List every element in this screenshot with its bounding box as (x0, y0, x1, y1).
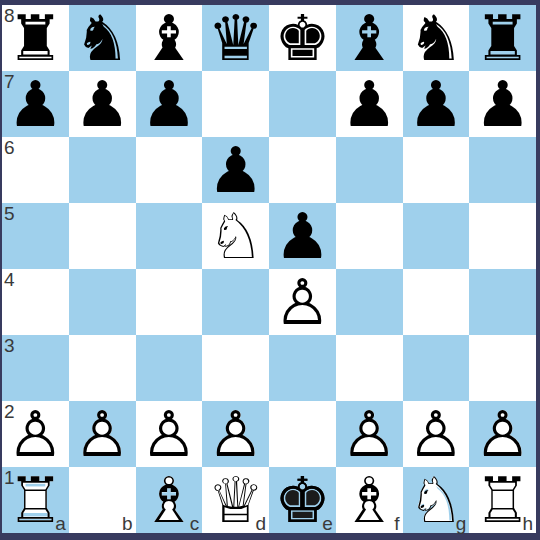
black-pawn-icon[interactable]: ♟ (403, 71, 470, 137)
square-a1[interactable]: 1a♜♖ (2, 467, 69, 533)
square-a3[interactable]: 3 (2, 335, 69, 401)
black-pawn-icon[interactable]: ♟ (202, 137, 269, 203)
black-bishop-glyph: ♝ (141, 7, 197, 70)
black-knight-icon[interactable]: ♞ (403, 5, 470, 71)
square-c4[interactable] (136, 269, 203, 335)
square-b8[interactable]: ♞ (69, 5, 136, 71)
black-king-glyph: ♚ (274, 7, 330, 70)
white-bishop-icon[interactable]: ♝♗ (336, 467, 403, 533)
square-f7[interactable]: ♟ (336, 71, 403, 137)
white-knight-outline: ♘ (207, 205, 263, 268)
square-d5[interactable]: ♞♘ (202, 203, 269, 269)
black-pawn-glyph: ♟ (274, 205, 330, 268)
square-f4[interactable] (336, 269, 403, 335)
file-label-b: b (122, 514, 133, 534)
black-rook-glyph: ♜ (474, 7, 530, 70)
black-bishop-icon[interactable]: ♝ (336, 5, 403, 71)
square-b5[interactable] (69, 203, 136, 269)
square-a5[interactable]: 5 (2, 203, 69, 269)
black-knight-icon[interactable]: ♞ (69, 5, 136, 71)
square-e5[interactable]: ♟ (269, 203, 336, 269)
white-pawn-icon[interactable]: ♟♙ (2, 401, 69, 467)
black-king-icon[interactable]: ♚ (269, 5, 336, 71)
square-a4[interactable]: 4 (2, 269, 69, 335)
white-rook-outline: ♖ (7, 469, 63, 532)
black-pawn-glyph: ♟ (408, 73, 464, 136)
square-d3[interactable] (202, 335, 269, 401)
white-bishop-outline: ♗ (141, 469, 197, 532)
white-knight-outline: ♘ (408, 469, 464, 532)
square-e6[interactable] (269, 137, 336, 203)
black-bishop-icon[interactable]: ♝ (136, 5, 203, 71)
white-pawn-outline: ♙ (341, 403, 397, 466)
square-g5[interactable] (403, 203, 470, 269)
white-pawn-outline: ♙ (7, 403, 63, 466)
square-e7[interactable] (269, 71, 336, 137)
white-bishop-icon[interactable]: ♝♗ (136, 467, 203, 533)
square-e8[interactable]: ♚ (269, 5, 336, 71)
square-e4[interactable]: ♟♙ (269, 269, 336, 335)
chess-board: 8♜♞♝♛♚♝♞♜7♟♟♟♟♟♟6♟5♞♘♟4♟♙32♟♙♟♙♟♙♟♙♟♙♟♙♟… (2, 5, 536, 533)
black-pawn-icon[interactable]: ♟ (2, 71, 69, 137)
white-pawn-icon[interactable]: ♟♙ (69, 401, 136, 467)
white-pawn-icon[interactable]: ♟♙ (469, 401, 536, 467)
square-c5[interactable] (136, 203, 203, 269)
square-c8[interactable]: ♝ (136, 5, 203, 71)
square-a8[interactable]: 8♜ (2, 5, 69, 71)
square-c6[interactable] (136, 137, 203, 203)
rank-label-4: 4 (4, 270, 15, 290)
black-knight-glyph: ♞ (408, 7, 464, 70)
white-knight-icon[interactable]: ♞♘ (403, 467, 470, 533)
square-h2[interactable]: ♟♙ (469, 401, 536, 467)
square-c7[interactable]: ♟ (136, 71, 203, 137)
board-frame: 8♜♞♝♛♚♝♞♜7♟♟♟♟♟♟6♟5♞♘♟4♟♙32♟♙♟♙♟♙♟♙♟♙♟♙♟… (0, 0, 540, 540)
square-b4[interactable] (69, 269, 136, 335)
square-c1[interactable]: c♝♗ (136, 467, 203, 533)
square-a6[interactable]: 6 (2, 137, 69, 203)
black-pawn-glyph: ♟ (74, 73, 130, 136)
square-b6[interactable] (69, 137, 136, 203)
square-b1[interactable]: b (69, 467, 136, 533)
square-g7[interactable]: ♟ (403, 71, 470, 137)
square-e3[interactable] (269, 335, 336, 401)
rank-label-5: 5 (4, 204, 15, 224)
white-rook-icon[interactable]: ♜♖ (2, 467, 69, 533)
square-d4[interactable] (202, 269, 269, 335)
white-queen-outline: ♕ (207, 469, 263, 532)
square-h6[interactable] (469, 137, 536, 203)
square-f6[interactable] (336, 137, 403, 203)
black-queen-glyph: ♛ (207, 7, 263, 70)
black-queen-icon[interactable]: ♛ (202, 5, 269, 71)
white-pawn-outline: ♙ (474, 403, 530, 466)
black-pawn-glyph: ♟ (341, 73, 397, 136)
white-pawn-outline: ♙ (408, 403, 464, 466)
square-b7[interactable]: ♟ (69, 71, 136, 137)
black-pawn-glyph: ♟ (7, 73, 63, 136)
black-rook-glyph: ♜ (7, 7, 63, 70)
black-rook-icon[interactable]: ♜ (469, 5, 536, 71)
square-e2[interactable] (269, 401, 336, 467)
square-d8[interactable]: ♛ (202, 5, 269, 71)
white-pawn-outline: ♙ (274, 271, 330, 334)
white-rook-outline: ♖ (474, 469, 530, 532)
square-d1[interactable]: d♛♕ (202, 467, 269, 533)
square-h3[interactable] (469, 335, 536, 401)
square-b2[interactable]: ♟♙ (69, 401, 136, 467)
white-pawn-icon[interactable]: ♟♙ (336, 401, 403, 467)
square-f8[interactable]: ♝ (336, 5, 403, 71)
white-pawn-outline: ♙ (74, 403, 130, 466)
rank-label-3: 3 (4, 336, 15, 356)
black-pawn-glyph: ♟ (207, 139, 263, 202)
white-king-outline: ♔ (274, 469, 330, 532)
square-h1[interactable]: h♜♖ (469, 467, 536, 533)
square-c2[interactable]: ♟♙ (136, 401, 203, 467)
white-pawn-icon[interactable]: ♟♙ (269, 269, 336, 335)
white-pawn-icon[interactable]: ♟♙ (403, 401, 470, 467)
square-c3[interactable] (136, 335, 203, 401)
black-pawn-icon[interactable]: ♟ (69, 71, 136, 137)
white-pawn-outline: ♙ (207, 403, 263, 466)
square-h7[interactable]: ♟ (469, 71, 536, 137)
square-f1[interactable]: f♝♗ (336, 467, 403, 533)
square-d7[interactable] (202, 71, 269, 137)
square-g6[interactable] (403, 137, 470, 203)
black-pawn-glyph: ♟ (141, 73, 197, 136)
square-a7[interactable]: 7♟ (2, 71, 69, 137)
square-d6[interactable]: ♟ (202, 137, 269, 203)
black-pawn-icon[interactable]: ♟ (469, 71, 536, 137)
square-h4[interactable] (469, 269, 536, 335)
white-bishop-outline: ♗ (341, 469, 397, 532)
black-pawn-icon[interactable]: ♟ (336, 71, 403, 137)
black-pawn-icon[interactable]: ♟ (136, 71, 203, 137)
white-knight-icon[interactable]: ♞♘ (202, 203, 269, 269)
black-knight-glyph: ♞ (74, 7, 130, 70)
square-e1[interactable]: e♚♔ (269, 467, 336, 533)
square-f5[interactable] (336, 203, 403, 269)
square-b3[interactable] (69, 335, 136, 401)
square-g2[interactable]: ♟♙ (403, 401, 470, 467)
white-king-icon[interactable]: ♚♔ (269, 467, 336, 533)
black-pawn-icon[interactable]: ♟ (269, 203, 336, 269)
rank-label-6: 6 (4, 138, 15, 158)
white-queen-icon[interactable]: ♛♕ (202, 467, 269, 533)
square-g4[interactable] (403, 269, 470, 335)
white-rook-icon[interactable]: ♜♖ (469, 467, 536, 533)
square-g8[interactable]: ♞ (403, 5, 470, 71)
square-g3[interactable] (403, 335, 470, 401)
black-rook-icon[interactable]: ♜ (2, 5, 69, 71)
square-h8[interactable]: ♜ (469, 5, 536, 71)
square-a2[interactable]: 2♟♙ (2, 401, 69, 467)
white-pawn-icon[interactable]: ♟♙ (202, 401, 269, 467)
square-d2[interactable]: ♟♙ (202, 401, 269, 467)
black-pawn-glyph: ♟ (474, 73, 530, 136)
square-g1[interactable]: g♞♘ (403, 467, 470, 533)
square-f3[interactable] (336, 335, 403, 401)
square-f2[interactable]: ♟♙ (336, 401, 403, 467)
white-pawn-icon[interactable]: ♟♙ (136, 401, 203, 467)
square-h5[interactable] (469, 203, 536, 269)
white-pawn-outline: ♙ (141, 403, 197, 466)
black-bishop-glyph: ♝ (341, 7, 397, 70)
